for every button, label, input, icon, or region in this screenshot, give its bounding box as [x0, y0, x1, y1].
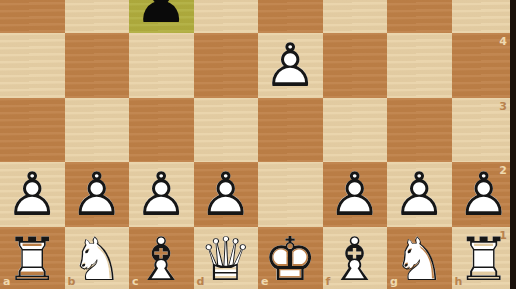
white-bishop[interactable]: ♝♗: [129, 227, 194, 289]
square-a4[interactable]: [0, 33, 65, 98]
square-a1[interactable]: ♜♖a: [0, 227, 65, 289]
piece-outline-glyph: ♘: [65, 229, 130, 289]
right-edge-bar: [510, 0, 516, 289]
square-d3[interactable]: [194, 98, 259, 163]
piece-fill-glyph: ♚: [258, 229, 323, 289]
piece-outline-glyph: ♘: [387, 229, 452, 289]
piece-fill-glyph: ♟: [323, 164, 388, 224]
piece-fill-glyph: ♟: [194, 164, 259, 224]
piece-outline-glyph: ♙: [258, 35, 323, 95]
white-pawn[interactable]: ♟♙: [0, 162, 65, 227]
piece-outline-glyph: ♖: [452, 229, 516, 289]
piece-outline-glyph: ♙: [129, 164, 194, 224]
piece-outline-glyph: ♕: [194, 229, 259, 289]
piece-fill-glyph: ♞: [387, 229, 452, 289]
chess-board-screenshot: ♟♟♙43♟♙♟♙♟♙♟♙♟♙♟♙♟♙2♜♖a♞♘b♝♗c♛♕d♚♔e♝♗f♞♘…: [0, 0, 516, 289]
piece-fill-glyph: ♝: [323, 229, 388, 289]
white-rook[interactable]: ♜♖: [452, 227, 516, 289]
white-pawn[interactable]: ♟♙: [129, 162, 194, 227]
square-g3[interactable]: [387, 98, 452, 163]
piece-outline-glyph: ♙: [194, 164, 259, 224]
piece-outline-glyph: ♙: [387, 164, 452, 224]
square-d4[interactable]: [194, 33, 259, 98]
square-a2[interactable]: ♟♙: [0, 162, 65, 227]
square-h5[interactable]: [452, 0, 516, 33]
square-d2[interactable]: ♟♙: [194, 162, 259, 227]
square-f4[interactable]: [323, 33, 388, 98]
white-knight[interactable]: ♞♘: [65, 227, 130, 289]
white-queen[interactable]: ♛♕: [194, 227, 259, 289]
white-bishop[interactable]: ♝♗: [323, 227, 388, 289]
board: ♟♟♙43♟♙♟♙♟♙♟♙♟♙♟♙♟♙2♜♖a♞♘b♝♗c♛♕d♚♔e♝♗f♞♘…: [0, 0, 516, 289]
black-pawn[interactable]: ♟: [129, 0, 194, 33]
square-e4[interactable]: ♟♙: [258, 33, 323, 98]
piece-fill-glyph: ♟: [65, 164, 130, 224]
piece-fill-glyph: ♟: [258, 35, 323, 95]
piece-outline-glyph: ♔: [258, 229, 323, 289]
square-b5[interactable]: [65, 0, 130, 33]
square-a3[interactable]: [0, 98, 65, 163]
piece-fill-glyph: ♞: [65, 229, 130, 289]
square-b1[interactable]: ♞♘b: [65, 227, 130, 289]
square-f1[interactable]: ♝♗f: [323, 227, 388, 289]
white-pawn[interactable]: ♟♙: [194, 162, 259, 227]
white-knight[interactable]: ♞♘: [387, 227, 452, 289]
square-g5[interactable]: [387, 0, 452, 33]
square-c1[interactable]: ♝♗c: [129, 227, 194, 289]
piece-fill-glyph: ♛: [194, 229, 259, 289]
piece-fill-glyph: ♝: [129, 229, 194, 289]
square-c4[interactable]: [129, 33, 194, 98]
square-g1[interactable]: ♞♘g: [387, 227, 452, 289]
piece-outline-glyph: ♙: [323, 164, 388, 224]
white-pawn[interactable]: ♟♙: [387, 162, 452, 227]
square-h2[interactable]: ♟♙2: [452, 162, 516, 227]
square-f3[interactable]: [323, 98, 388, 163]
piece-outline-glyph: ♙: [452, 164, 516, 224]
piece-outline-glyph: ♙: [0, 164, 65, 224]
square-c3[interactable]: [129, 98, 194, 163]
square-e2[interactable]: [258, 162, 323, 227]
square-d1[interactable]: ♛♕d: [194, 227, 259, 289]
square-b4[interactable]: [65, 33, 130, 98]
square-e1[interactable]: ♚♔e: [258, 227, 323, 289]
piece-fill-glyph: ♜: [452, 229, 516, 289]
square-g4[interactable]: [387, 33, 452, 98]
square-b3[interactable]: [65, 98, 130, 163]
white-pawn[interactable]: ♟♙: [258, 33, 323, 98]
square-b2[interactable]: ♟♙: [65, 162, 130, 227]
piece-fill-glyph: ♟: [452, 164, 516, 224]
square-e5[interactable]: [258, 0, 323, 33]
piece-fill-glyph: ♟: [0, 164, 65, 224]
white-rook[interactable]: ♜♖: [0, 227, 65, 289]
piece-fill-glyph: ♟: [129, 164, 194, 224]
piece-fill-glyph: ♜: [0, 229, 65, 289]
rank-label-3: 3: [499, 100, 507, 113]
square-d5[interactable]: [194, 0, 259, 33]
piece-outline-glyph: ♙: [65, 164, 130, 224]
white-pawn[interactable]: ♟♙: [452, 162, 516, 227]
piece-fill-glyph: ♟: [387, 164, 452, 224]
square-e3[interactable]: [258, 98, 323, 163]
square-h1[interactable]: ♜♖h1: [452, 227, 516, 289]
white-pawn[interactable]: ♟♙: [323, 162, 388, 227]
rank-label-4: 4: [499, 35, 507, 48]
square-c5[interactable]: ♟: [129, 0, 194, 33]
piece-outline-glyph: ♖: [0, 229, 65, 289]
square-f2[interactable]: ♟♙: [323, 162, 388, 227]
piece-outline-glyph: ♗: [129, 229, 194, 289]
square-a5[interactable]: [0, 0, 65, 33]
square-g2[interactable]: ♟♙: [387, 162, 452, 227]
square-h4[interactable]: 4: [452, 33, 516, 98]
square-h3[interactable]: 3: [452, 98, 516, 163]
white-king[interactable]: ♚♔: [258, 227, 323, 289]
piece-fill-glyph: ♟: [129, 0, 194, 31]
square-f5[interactable]: [323, 0, 388, 33]
square-c2[interactable]: ♟♙: [129, 162, 194, 227]
piece-outline-glyph: ♗: [323, 229, 388, 289]
white-pawn[interactable]: ♟♙: [65, 162, 130, 227]
